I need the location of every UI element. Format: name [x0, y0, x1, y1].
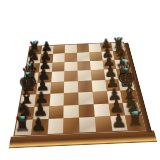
- square-g3[interactable]: [48, 105, 64, 119]
- square-h2[interactable]: ♟: [31, 119, 48, 134]
- square-e5[interactable]: [78, 81, 92, 93]
- black-rook-piece[interactable]: ♜: [127, 111, 145, 131]
- chess-board: ♜♟♟♜♞♟♟♞♝♟♟♝♛♟♟♛♚♟♟♚♝♟♟♝♞♟♟♞♜♟♟♜: [11, 42, 155, 149]
- white-pawn-piece[interactable]: ♟: [30, 116, 47, 134]
- square-g4[interactable]: [64, 105, 79, 119]
- perspective-wrapper: ♜♟♟♜♞♟♟♞♝♟♟♝♛♟♟♛♚♟♟♚♝♟♟♝♞♟♟♞♜♟♟♜: [22, 24, 139, 146]
- square-g6[interactable]: [93, 103, 110, 117]
- chess-photo-stage: ♜♟♟♜♞♟♟♞♝♟♟♝♛♟♟♛♚♟♟♚♝♟♟♝♞♟♟♞♜♟♟♜: [0, 0, 160, 160]
- square-h3[interactable]: [47, 119, 64, 134]
- square-h8[interactable]: ♜: [125, 115, 144, 130]
- square-h5[interactable]: [79, 117, 96, 132]
- square-g5[interactable]: [79, 104, 95, 118]
- board-grid: ♜♟♟♜♞♟♟♞♝♟♟♝♛♟♟♛♚♟♟♚♝♟♟♝♞♟♟♞♜♟♟♜: [13, 42, 146, 137]
- square-f4[interactable]: [64, 92, 79, 105]
- square-e4[interactable]: [64, 81, 78, 93]
- square-h7[interactable]: ♟: [110, 116, 128, 131]
- square-e6[interactable]: [91, 80, 106, 92]
- square-f3[interactable]: [49, 93, 64, 106]
- square-h4[interactable]: [63, 118, 79, 133]
- square-d4[interactable]: [64, 71, 78, 82]
- square-d3[interactable]: [51, 71, 65, 82]
- white-rook-piece[interactable]: ♜: [13, 116, 31, 136]
- black-pawn-piece[interactable]: ♟: [111, 113, 128, 131]
- square-e3[interactable]: [50, 82, 64, 94]
- square-f5[interactable]: [78, 92, 93, 105]
- square-d5[interactable]: [78, 70, 92, 81]
